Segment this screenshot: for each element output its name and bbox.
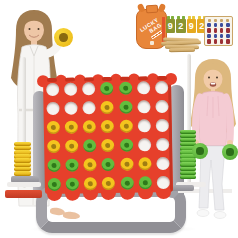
empty-slot [137,81,150,94]
board-cell-r6-c6[interactable] [136,173,155,192]
blue-peg [226,23,230,28]
girl-shoe [197,210,209,217]
green-disc [101,82,114,95]
board-cell-r5-c2[interactable] [63,155,82,174]
board-cell-r5-c7[interactable] [154,154,173,173]
board-cell-r5-c1[interactable] [44,156,63,175]
red-peg [220,28,224,33]
board-cell-r2-c5[interactable] [116,98,135,117]
blue-peg [214,34,218,39]
board-cell-r1-c4[interactable] [98,79,117,98]
yellow-disc [120,120,133,133]
wooden-clothespins-pile [161,38,203,51]
board-cell-r6-c5[interactable] [118,174,137,193]
board-cell-r3-c6[interactable] [135,116,154,135]
blue-peg [220,23,224,28]
left-pole-red-base [5,190,42,198]
board-cell-r6-c2[interactable] [63,174,82,193]
score-card: 9 [166,19,176,33]
green-disc [102,158,115,171]
connect-four-board [43,78,173,194]
yellow-disc [101,101,114,114]
board-cell-r6-c3[interactable] [81,174,100,193]
yellow-disc [120,158,133,171]
green-disc [119,82,132,95]
peg-marker-board [204,16,233,46]
green-disc [66,178,79,191]
empty-slot [157,176,170,189]
right-pole-bracket [170,185,194,191]
held-yellow-ring [54,28,73,47]
product-photo-scene: LUCKY BAG 9 2 9 2 [0,0,238,238]
score-digit: 2 [178,21,183,31]
score-card-tabs [188,16,196,19]
board-cell-r4-c6[interactable] [135,135,154,154]
board-cell-r4-c5[interactable] [117,136,136,155]
blue-peg [220,34,224,39]
yellow-disc [84,177,97,190]
empty-slot [138,119,151,132]
board-cell-r3-c5[interactable] [117,117,136,136]
board-cell-r1-c2[interactable] [61,79,80,98]
board-cell-r2-c3[interactable] [80,98,99,117]
board-cell-r2-c7[interactable] [153,97,172,116]
held-green-ring [222,144,238,160]
board-cell-r5-c5[interactable] [117,155,136,174]
green-disc [65,159,78,172]
empty-slot [83,101,96,114]
yellow-disc [46,121,59,134]
empty-slot [156,100,169,113]
empty-slot [64,83,77,96]
board-cell-r2-c4[interactable] [98,98,117,117]
green-disc [120,177,133,190]
yellow-disc [65,121,78,134]
held-green-ring [192,143,208,159]
red-peg [220,39,224,44]
board-cell-r1-c6[interactable] [134,78,153,97]
board-cell-r5-c6[interactable] [136,154,155,173]
board-cell-r4-c2[interactable] [62,136,81,155]
green-disc [139,176,152,189]
board-cell-r2-c2[interactable] [62,98,81,117]
empty-slot [155,81,168,94]
empty-slot [156,119,169,132]
board-cell-r4-c3[interactable] [81,136,100,155]
score-card-tabs [177,16,185,19]
empty-slot [138,138,151,151]
empty-slot [157,157,170,170]
board-cell-r6-c4[interactable] [100,174,119,193]
board-cell-r5-c3[interactable] [81,155,100,174]
empty-slot [137,100,150,113]
board-cell-r2-c1[interactable] [43,99,62,118]
yellow-ring-stack [14,142,31,176]
board-cell-r3-c3[interactable] [80,117,99,136]
board-cell-r3-c7[interactable] [153,116,172,135]
scoreboard-cards: 9 2 9 2 [166,15,207,33]
score-card: 9 [187,19,197,33]
left-pole-shelf [7,182,41,187]
green-disc [47,178,60,191]
yellow-disc [65,140,78,153]
board-cell-r1-c5[interactable] [116,79,135,98]
board-cell-r6-c7[interactable] [154,173,173,192]
empty-slot [156,138,169,151]
score-card: 2 [176,19,186,33]
red-peg [207,39,211,44]
green-disc [47,159,60,172]
yellow-disc [84,158,97,171]
board-cell-r4-c1[interactable] [44,137,63,156]
yellow-disc [102,177,115,190]
empty-slot [46,102,59,115]
board-cell-r6-c1[interactable] [45,175,64,194]
board-cell-r3-c4[interactable] [99,117,118,136]
girl-shoe [214,212,226,219]
empty-slot [64,102,77,115]
green-disc [83,139,96,152]
yellow-disc [101,120,114,133]
board-cell-r1-c3[interactable] [80,79,99,98]
score-digit: 9 [189,21,194,31]
board-cell-r1-c1[interactable] [43,80,62,99]
board-cell-r2-c6[interactable] [135,97,154,116]
board-cell-r4-c7[interactable] [154,135,173,154]
board-cell-r3-c1[interactable] [44,118,63,137]
green-disc [120,139,133,152]
red-peg [226,28,230,33]
blue-peg [207,23,211,28]
score-digit: 9 [168,21,173,31]
board-cell-r5-c4[interactable] [99,155,118,174]
red-peg [214,28,218,33]
board-grid [43,78,173,194]
red-peg [207,28,211,33]
red-peg [226,39,230,44]
green-disc [119,101,132,114]
yellow-disc [83,120,96,133]
board-cell-r3-c2[interactable] [62,117,81,136]
yellow-disc [47,140,60,153]
yellow-disc [138,157,151,170]
board-cell-r1-c7[interactable] [153,78,172,97]
empty-slot [82,82,95,95]
board-cell-r4-c4[interactable] [99,136,118,155]
red-peg [214,39,218,44]
blue-peg [214,23,218,28]
score-card-tabs [167,16,175,19]
clothespin [169,47,195,51]
empty-slot [46,83,59,96]
yellow-disc [102,139,115,152]
bag-logo [150,41,154,45]
blue-peg [207,34,211,39]
blue-peg [226,34,230,39]
